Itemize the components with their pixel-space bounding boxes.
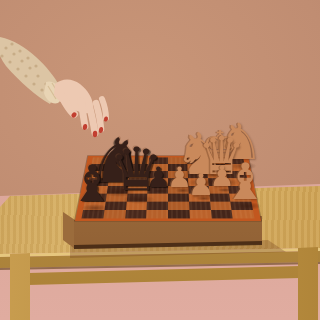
pieces-overlay: ♞♝♛♟♟♞♟♟♛♚♞♝ — [0, 0, 320, 320]
lace-sleeve — [0, 36, 62, 104]
scene: ♞♝♛♟♟♞♟♟♛♚♞♝ — [0, 0, 320, 320]
sleeve-cuff — [44, 81, 62, 103]
dark-queen-c3[interactable]: ♛ — [110, 141, 163, 201]
dark-bishop-a2[interactable]: ♝ — [69, 158, 114, 208]
tan-pawn-f3[interactable]: ♟ — [188, 170, 215, 200]
tan-bishop-h2[interactable]: ♝ — [223, 157, 268, 207]
